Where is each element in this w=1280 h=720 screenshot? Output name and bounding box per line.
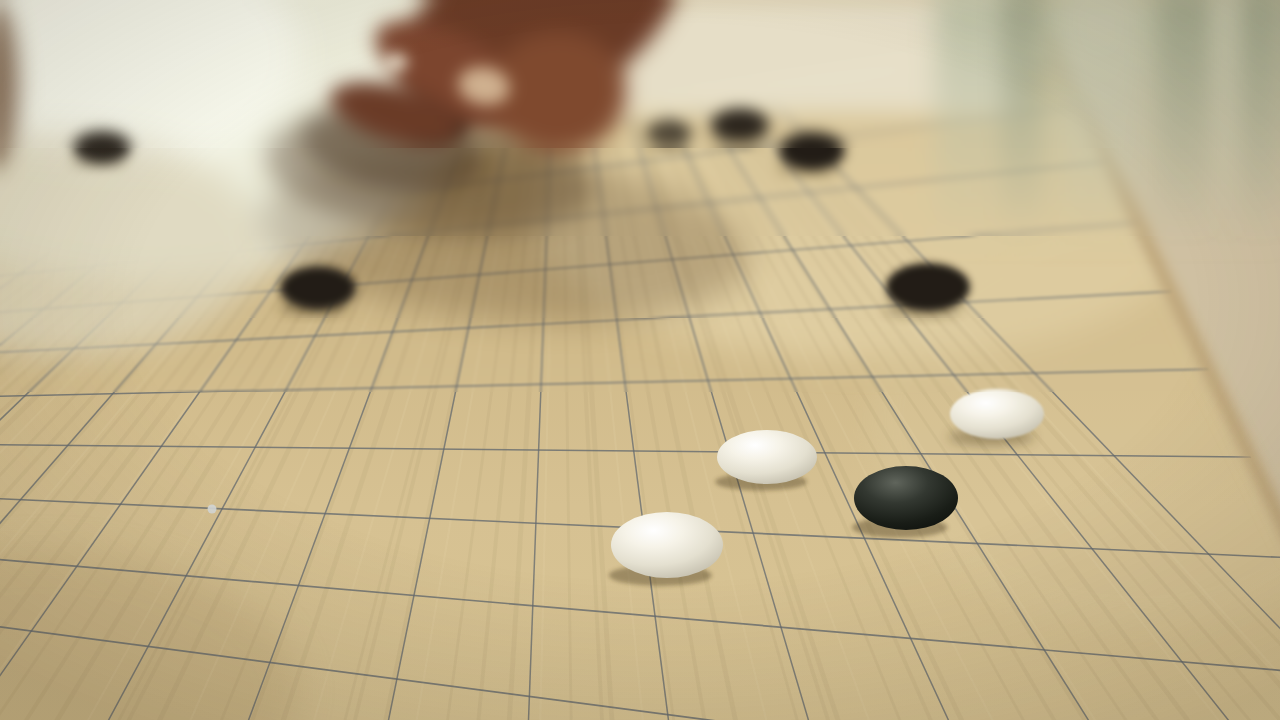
stone-white-S11	[950, 389, 1044, 439]
stone-black-P17	[646, 120, 692, 146]
stone-black-G16	[73, 131, 131, 163]
stone-black-Q10	[854, 466, 958, 530]
stone-white-P11	[717, 430, 817, 484]
stone-black-K13	[280, 266, 356, 310]
fingernail-glint	[384, 53, 408, 71]
hand-knuckle	[490, 32, 626, 152]
photo-canvas	[0, 0, 1280, 720]
star-point-tengen	[208, 505, 217, 514]
stone-black-S13	[886, 263, 970, 311]
stone-black-R16	[779, 132, 845, 170]
stone-white-O9	[611, 512, 723, 578]
stone-black-Q17	[711, 109, 769, 142]
go-photo-scene	[0, 0, 1280, 720]
curtain-background	[935, 0, 1280, 250]
